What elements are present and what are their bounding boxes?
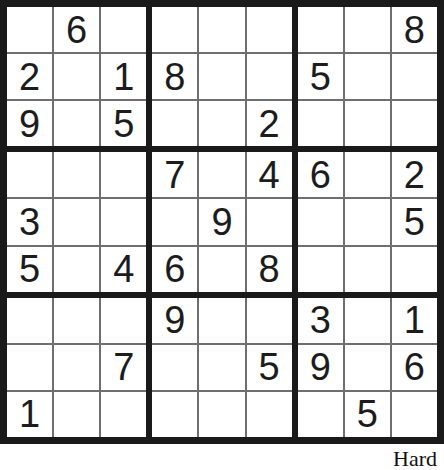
cell-r6c5[interactable] bbox=[199, 247, 244, 292]
cell-r6c2[interactable] bbox=[54, 247, 99, 292]
cell-r5c5: 9 bbox=[199, 199, 244, 244]
cell-r4c1[interactable] bbox=[7, 152, 52, 197]
cell-r9c4[interactable] bbox=[152, 392, 197, 437]
cell-r8c2[interactable] bbox=[54, 345, 99, 390]
box-7: 71 bbox=[7, 298, 146, 437]
cell-r6c9[interactable] bbox=[392, 247, 437, 292]
cell-r8c6: 5 bbox=[247, 345, 292, 390]
cell-r5c3[interactable] bbox=[101, 199, 146, 244]
cell-r5c6[interactable] bbox=[247, 199, 292, 244]
cell-r2c6[interactable] bbox=[247, 54, 292, 99]
box-5: 74968 bbox=[152, 152, 291, 291]
cell-r9c8: 5 bbox=[345, 392, 390, 437]
difficulty-label: Hard bbox=[393, 447, 437, 470]
cell-r4c8[interactable] bbox=[345, 152, 390, 197]
cell-r1c5[interactable] bbox=[199, 7, 244, 52]
cell-r5c8[interactable] bbox=[345, 199, 390, 244]
cell-r3c8[interactable] bbox=[345, 101, 390, 146]
cell-r9c2[interactable] bbox=[54, 392, 99, 437]
cell-r2c7: 5 bbox=[298, 54, 343, 99]
cell-r6c6: 8 bbox=[247, 247, 292, 292]
cell-r7c8[interactable] bbox=[345, 298, 390, 343]
cell-r3c9[interactable] bbox=[392, 101, 437, 146]
cell-r9c7[interactable] bbox=[298, 392, 343, 437]
cell-r4c5[interactable] bbox=[199, 152, 244, 197]
cell-r1c4[interactable] bbox=[152, 7, 197, 52]
cell-r8c8[interactable] bbox=[345, 345, 390, 390]
cell-r1c1[interactable] bbox=[7, 7, 52, 52]
cell-r5c1: 3 bbox=[7, 199, 52, 244]
cell-r5c7[interactable] bbox=[298, 199, 343, 244]
cell-r9c5[interactable] bbox=[199, 392, 244, 437]
cell-r6c4: 6 bbox=[152, 247, 197, 292]
cell-r5c9: 5 bbox=[392, 199, 437, 244]
cell-r7c2[interactable] bbox=[54, 298, 99, 343]
cell-r8c3: 7 bbox=[101, 345, 146, 390]
cell-r7c1[interactable] bbox=[7, 298, 52, 343]
cell-r4c7: 6 bbox=[298, 152, 343, 197]
cell-r6c1: 5 bbox=[7, 247, 52, 292]
cell-r7c5[interactable] bbox=[199, 298, 244, 343]
cell-r1c9: 8 bbox=[392, 7, 437, 52]
cell-r7c3[interactable] bbox=[101, 298, 146, 343]
box-4: 354 bbox=[7, 152, 146, 291]
cell-r7c4: 9 bbox=[152, 298, 197, 343]
cell-r3c1: 9 bbox=[7, 101, 52, 146]
cell-r1c8[interactable] bbox=[345, 7, 390, 52]
cell-r6c8[interactable] bbox=[345, 247, 390, 292]
cell-r8c4[interactable] bbox=[152, 345, 197, 390]
box-1: 62195 bbox=[7, 7, 146, 146]
cell-r2c9[interactable] bbox=[392, 54, 437, 99]
cell-r2c3: 1 bbox=[101, 54, 146, 99]
cell-r7c9: 1 bbox=[392, 298, 437, 343]
cell-r3c7[interactable] bbox=[298, 101, 343, 146]
cell-r7c6[interactable] bbox=[247, 298, 292, 343]
cell-r8c1[interactable] bbox=[7, 345, 52, 390]
cell-r8c7: 9 bbox=[298, 345, 343, 390]
cell-r2c2[interactable] bbox=[54, 54, 99, 99]
cell-r7c7: 3 bbox=[298, 298, 343, 343]
cell-r6c3: 4 bbox=[101, 247, 146, 292]
cell-r4c9: 2 bbox=[392, 152, 437, 197]
cell-r5c4[interactable] bbox=[152, 199, 197, 244]
cell-r2c5[interactable] bbox=[199, 54, 244, 99]
cell-r2c1: 2 bbox=[7, 54, 52, 99]
box-6: 625 bbox=[298, 152, 437, 291]
cell-r3c4[interactable] bbox=[152, 101, 197, 146]
cell-r1c2: 6 bbox=[54, 7, 99, 52]
cell-r8c5[interactable] bbox=[199, 345, 244, 390]
cell-r4c4: 7 bbox=[152, 152, 197, 197]
cell-r1c3[interactable] bbox=[101, 7, 146, 52]
cell-r8c9: 6 bbox=[392, 345, 437, 390]
cell-r3c5[interactable] bbox=[199, 101, 244, 146]
cell-r2c4: 8 bbox=[152, 54, 197, 99]
box-3: 85 bbox=[298, 7, 437, 146]
box-8: 95 bbox=[152, 298, 291, 437]
cell-r1c7[interactable] bbox=[298, 7, 343, 52]
cell-r9c1: 1 bbox=[7, 392, 52, 437]
cell-r3c6: 2 bbox=[247, 101, 292, 146]
cell-r9c6[interactable] bbox=[247, 392, 292, 437]
cell-r4c3[interactable] bbox=[101, 152, 146, 197]
cell-r5c2[interactable] bbox=[54, 199, 99, 244]
box-2: 82 bbox=[152, 7, 291, 146]
cell-r9c3[interactable] bbox=[101, 392, 146, 437]
cell-r4c2[interactable] bbox=[54, 152, 99, 197]
sudoku-board: 62195828535474968625719531965 bbox=[0, 0, 444, 444]
box-9: 31965 bbox=[298, 298, 437, 437]
cell-r2c8[interactable] bbox=[345, 54, 390, 99]
cell-r9c9[interactable] bbox=[392, 392, 437, 437]
cell-r3c3: 5 bbox=[101, 101, 146, 146]
cell-r3c2[interactable] bbox=[54, 101, 99, 146]
cell-r1c6[interactable] bbox=[247, 7, 292, 52]
cell-r6c7[interactable] bbox=[298, 247, 343, 292]
cell-r4c6: 4 bbox=[247, 152, 292, 197]
